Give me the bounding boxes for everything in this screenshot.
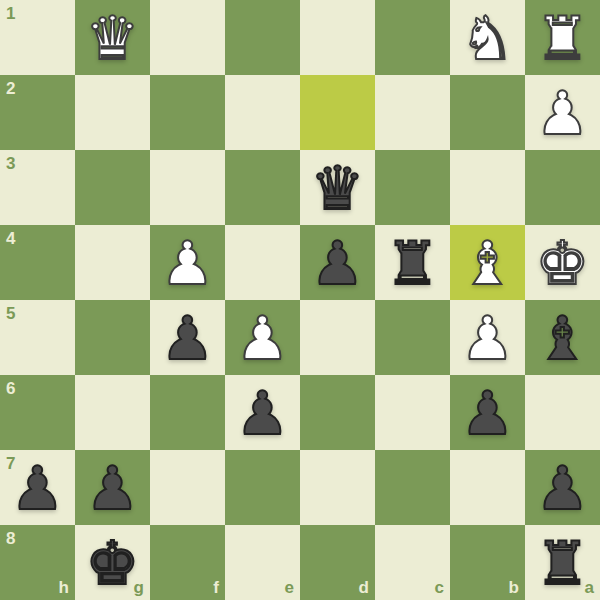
square-d8[interactable]: d [300, 525, 375, 600]
white-queen[interactable]: ♛ [75, 0, 150, 75]
square-c5[interactable] [375, 300, 450, 375]
square-e6[interactable]: ♟ [225, 375, 300, 450]
file-label-d: d [359, 579, 369, 596]
file-label-f: f [213, 579, 219, 596]
white-pawn[interactable]: ♟ [150, 225, 225, 300]
square-f5[interactable]: ♟ [150, 300, 225, 375]
square-a2[interactable]: ♟ [525, 75, 600, 150]
square-g5[interactable] [75, 300, 150, 375]
square-e7[interactable] [225, 450, 300, 525]
square-b2[interactable] [450, 75, 525, 150]
square-h8[interactable]: 8h [0, 525, 75, 600]
square-b7[interactable] [450, 450, 525, 525]
rank-label-8: 8 [6, 530, 15, 547]
square-a3[interactable] [525, 150, 600, 225]
square-c8[interactable]: c [375, 525, 450, 600]
square-c1[interactable] [375, 0, 450, 75]
square-a1[interactable]: ♜ [525, 0, 600, 75]
square-e3[interactable] [225, 150, 300, 225]
square-b1[interactable]: ♞ [450, 0, 525, 75]
black-rook[interactable]: ♜ [525, 525, 600, 600]
square-c6[interactable] [375, 375, 450, 450]
black-pawn[interactable]: ♟ [225, 375, 300, 450]
rank-label-1: 1 [6, 5, 15, 22]
square-e2[interactable] [225, 75, 300, 150]
square-h7[interactable]: 7♟ [0, 450, 75, 525]
black-pawn[interactable]: ♟ [450, 375, 525, 450]
square-h6[interactable]: 6 [0, 375, 75, 450]
black-pawn[interactable]: ♟ [525, 450, 600, 525]
file-label-b: b [509, 579, 519, 596]
square-a4[interactable]: ♚ [525, 225, 600, 300]
square-e1[interactable] [225, 0, 300, 75]
square-h3[interactable]: 3 [0, 150, 75, 225]
square-a5[interactable]: ♝ [525, 300, 600, 375]
rank-label-5: 5 [6, 305, 15, 322]
black-queen[interactable]: ♛ [300, 150, 375, 225]
white-pawn[interactable]: ♟ [525, 75, 600, 150]
square-d1[interactable] [300, 0, 375, 75]
rank-label-2: 2 [6, 80, 15, 97]
rank-label-3: 3 [6, 155, 15, 172]
square-g7[interactable]: ♟ [75, 450, 150, 525]
square-c2[interactable] [375, 75, 450, 150]
file-label-c: c [435, 579, 444, 596]
square-b5[interactable]: ♟ [450, 300, 525, 375]
square-f3[interactable] [150, 150, 225, 225]
black-rook[interactable]: ♜ [375, 225, 450, 300]
square-g8[interactable]: g♚ [75, 525, 150, 600]
black-pawn[interactable]: ♟ [0, 450, 75, 525]
black-bishop[interactable]: ♝ [525, 300, 600, 375]
square-f2[interactable] [150, 75, 225, 150]
square-a8[interactable]: a♜ [525, 525, 600, 600]
square-a6[interactable] [525, 375, 600, 450]
white-knight[interactable]: ♞ [450, 0, 525, 75]
square-f4[interactable]: ♟ [150, 225, 225, 300]
white-king[interactable]: ♚ [525, 225, 600, 300]
square-e4[interactable] [225, 225, 300, 300]
black-pawn[interactable]: ♟ [75, 450, 150, 525]
square-c4[interactable]: ♜ [375, 225, 450, 300]
file-label-h: h [59, 579, 69, 596]
square-g3[interactable] [75, 150, 150, 225]
black-pawn[interactable]: ♟ [300, 225, 375, 300]
square-h2[interactable]: 2 [0, 75, 75, 150]
square-b3[interactable] [450, 150, 525, 225]
square-f1[interactable] [150, 0, 225, 75]
square-c7[interactable] [375, 450, 450, 525]
square-d7[interactable] [300, 450, 375, 525]
square-c3[interactable] [375, 150, 450, 225]
square-d3[interactable]: ♛ [300, 150, 375, 225]
square-d6[interactable] [300, 375, 375, 450]
white-pawn[interactable]: ♟ [450, 300, 525, 375]
square-f6[interactable] [150, 375, 225, 450]
file-label-e: e [285, 579, 294, 596]
square-g4[interactable] [75, 225, 150, 300]
square-e8[interactable]: e [225, 525, 300, 600]
square-f8[interactable]: f [150, 525, 225, 600]
square-h1[interactable]: 1 [0, 0, 75, 75]
square-h4[interactable]: 4 [0, 225, 75, 300]
square-a7[interactable]: ♟ [525, 450, 600, 525]
white-bishop[interactable]: ♝ [450, 225, 525, 300]
square-e5[interactable]: ♟ [225, 300, 300, 375]
square-d2[interactable] [300, 75, 375, 150]
square-g2[interactable] [75, 75, 150, 150]
square-b6[interactable]: ♟ [450, 375, 525, 450]
rank-label-4: 4 [6, 230, 15, 247]
square-g6[interactable] [75, 375, 150, 450]
white-pawn[interactable]: ♟ [225, 300, 300, 375]
square-b8[interactable]: b [450, 525, 525, 600]
white-rook[interactable]: ♜ [525, 0, 600, 75]
black-pawn[interactable]: ♟ [150, 300, 225, 375]
black-king[interactable]: ♚ [75, 525, 150, 600]
square-d5[interactable] [300, 300, 375, 375]
rank-label-6: 6 [6, 380, 15, 397]
chess-board: 1♛♞♜2♟3♛4♟♟♜♝♚5♟♟♟♝6♟♟7♟♟♟8hg♚fedcba♜ [0, 0, 600, 600]
square-d4[interactable]: ♟ [300, 225, 375, 300]
square-g1[interactable]: ♛ [75, 0, 150, 75]
square-f7[interactable] [150, 450, 225, 525]
square-h5[interactable]: 5 [0, 300, 75, 375]
square-b4[interactable]: ♝ [450, 225, 525, 300]
